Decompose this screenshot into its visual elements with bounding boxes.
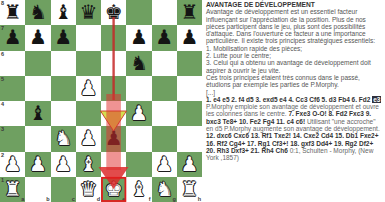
square-h2[interactable]: ♟ [177, 152, 202, 177]
square-b1[interactable]: b [25, 177, 50, 202]
square-a3[interactable]: 3 [0, 126, 25, 151]
square-d3[interactable]: ♟ [76, 126, 101, 151]
square-e2[interactable] [101, 152, 126, 177]
square-a7[interactable]: ♟7 [0, 25, 25, 50]
chess-lesson-app: ♜8♞♝♛♚♜♟7♟♟♟♟♟6♞5♟4♝♟3♞♟♟♟2♟♟♝♟♟♜1abc♛d♚… [0, 0, 385, 202]
file-label-h: h [198, 196, 201, 202]
black-knight-piece: ♞ [25, 0, 50, 25]
square-b7[interactable]: ♟ [25, 25, 50, 50]
rank-label-3: 3 [1, 126, 4, 132]
square-g6[interactable] [152, 51, 177, 76]
white-pawn-piece: ♟ [25, 152, 50, 177]
square-a8[interactable]: ♜8 [0, 0, 25, 25]
principle-2: 2. Lutte pour le centre; [206, 52, 382, 59]
square-h3[interactable] [177, 126, 202, 151]
black-pawn-piece: ♟ [126, 25, 151, 50]
square-e8[interactable]: ♚ [101, 0, 126, 25]
square-h7[interactable]: ♟ [177, 25, 202, 50]
square-e6[interactable] [101, 51, 126, 76]
square-b8[interactable]: ♞ [25, 0, 50, 25]
square-c4[interactable] [51, 101, 76, 126]
black-rook-piece: ♜ [177, 0, 202, 25]
square-d4[interactable] [76, 101, 101, 126]
file-label-d: d [97, 196, 100, 202]
square-c8[interactable]: ♝ [51, 0, 76, 25]
square-c5[interactable] [51, 76, 76, 101]
square-a6[interactable]: 6 [0, 51, 25, 76]
square-f2[interactable] [126, 152, 151, 177]
white-pawn-piece: ♟ [126, 101, 151, 126]
rank-label-4: 4 [1, 101, 4, 107]
black-bishop-piece: ♝ [51, 0, 76, 25]
square-h6[interactable] [177, 51, 202, 76]
square-e3[interactable]: ♟ [101, 126, 126, 151]
square-d1[interactable]: ♛d [76, 177, 101, 202]
file-label-f: f [149, 196, 151, 202]
chess-board: ♜8♞♝♛♚♜♟7♟♟♟♟♟6♞5♟4♝♟3♞♟♟♟2♟♟♝♟♟♜1abc♛d♚… [0, 0, 202, 202]
square-d8[interactable]: ♛ [76, 0, 101, 25]
principle-3: 3. Celui qui a obtenu un avantage de dév… [206, 59, 382, 74]
square-h1[interactable]: ♜h [177, 177, 202, 202]
square-b4[interactable]: ♝ [25, 101, 50, 126]
square-e7[interactable] [101, 25, 126, 50]
square-d2[interactable]: ♝ [76, 152, 101, 177]
black-pawn-piece: ♟ [101, 126, 126, 151]
file-label-c: c [72, 196, 75, 202]
black-queen-piece: ♛ [76, 0, 101, 25]
white-bishop-piece: ♝ [76, 152, 101, 177]
square-g4[interactable] [152, 101, 177, 126]
rank-label-7: 7 [1, 25, 4, 31]
principle-1: 1. Mobilisation rapide des pièces; [206, 45, 382, 52]
file-label-g: g [172, 196, 175, 202]
square-f3[interactable] [126, 126, 151, 151]
square-h4[interactable] [177, 101, 202, 126]
board-grid: ♜8♞♝♛♚♜♟7♟♟♟♟♟6♞5♟4♝♟3♞♟♟♟2♟♟♝♟♟♜1abc♛d♚… [0, 0, 202, 202]
square-g7[interactable]: ♟ [152, 25, 177, 50]
square-h5[interactable] [177, 76, 202, 101]
file-label-e: e [122, 196, 125, 202]
square-f1[interactable]: ♝f [126, 177, 151, 202]
rank-label-1: 1 [1, 177, 4, 183]
closing-paragraph: Ces trois principes étaient très connus … [206, 74, 382, 89]
square-c7[interactable]: ♟ [51, 25, 76, 50]
square-h8[interactable]: ♜ [177, 0, 202, 25]
square-g5[interactable] [152, 76, 177, 101]
ellipsis-marker: [...] [206, 89, 382, 96]
black-pawn-piece: ♟ [51, 25, 76, 50]
file-label-b: b [46, 196, 49, 202]
square-c6[interactable] [51, 51, 76, 76]
white-knight-piece: ♞ [51, 126, 76, 151]
annotation-panel: AVANTAGE DE DÉVELOPPEMENT Avantage de dé… [202, 0, 385, 202]
square-g3[interactable] [152, 126, 177, 151]
square-e5[interactable] [101, 76, 126, 101]
square-a4[interactable]: 4 [0, 101, 25, 126]
square-b3[interactable] [25, 126, 50, 151]
square-c1[interactable]: c [51, 177, 76, 202]
black-pawn-piece: ♟ [25, 25, 50, 50]
intro-paragraph: Avantage de développement est un essenti… [206, 8, 382, 44]
white-pawn-piece: ♟ [51, 152, 76, 177]
white-pawn-piece: ♟ [152, 152, 177, 177]
move-list: 1. e4 e5 2. f4 d5 3. exd5 e4 4. Cc3 Cf6 … [206, 96, 382, 162]
square-f5[interactable] [126, 76, 151, 101]
square-g1[interactable]: ♞g [152, 177, 177, 202]
black-king-piece: ♚ [101, 0, 126, 25]
rank-label-2: 2 [1, 152, 4, 158]
square-d7[interactable] [76, 25, 101, 50]
black-pawn-piece: ♟ [152, 25, 177, 50]
square-f8[interactable] [126, 0, 151, 25]
rank-label-5: 5 [1, 76, 4, 82]
square-d5[interactable]: ♟ [76, 76, 101, 101]
square-f6[interactable]: ♞ [126, 51, 151, 76]
square-f7[interactable]: ♟ [126, 25, 151, 50]
square-c3[interactable]: ♞ [51, 126, 76, 151]
page-title: AVANTAGE DE DÉVELOPPEMENT [206, 1, 382, 8]
rank-label-8: 8 [1, 0, 4, 6]
square-a2[interactable]: ♟2 [0, 152, 25, 177]
square-g2[interactable]: ♟ [152, 152, 177, 177]
black-bishop-piece: ♝ [25, 101, 50, 126]
square-e4[interactable] [101, 101, 126, 126]
square-c2[interactable]: ♟ [51, 152, 76, 177]
white-pawn-piece: ♟ [177, 152, 202, 177]
rank-label-6: 6 [1, 51, 4, 57]
square-f4[interactable]: ♟ [126, 101, 151, 126]
black-knight-piece: ♞ [126, 51, 151, 76]
file-label-a: a [21, 196, 24, 202]
white-pawn-piece: ♟ [76, 76, 101, 101]
square-e1[interactable]: ♚e [101, 177, 126, 202]
square-d6[interactable] [76, 51, 101, 76]
square-b5[interactable] [25, 76, 50, 101]
current-move[interactable]: e3 [372, 96, 381, 103]
square-b6[interactable] [25, 51, 50, 76]
black-pawn-piece: ♟ [177, 25, 202, 50]
square-a1[interactable]: ♜1a [0, 177, 25, 202]
white-pawn-piece: ♟ [76, 126, 101, 151]
square-b2[interactable]: ♟ [25, 152, 50, 177]
square-g8[interactable] [152, 0, 177, 25]
move-text[interactable]: 1. e4 e5 2. f4 d5 3. exd5 e4 4. Cc3 Cf6 … [206, 96, 372, 103]
square-a5[interactable]: 5 [0, 76, 25, 101]
